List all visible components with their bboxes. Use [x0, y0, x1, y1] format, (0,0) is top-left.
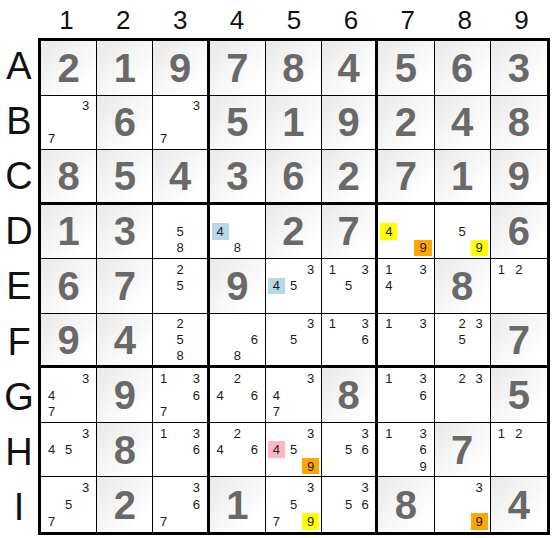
cell-B6[interactable]: 9 — [322, 96, 378, 151]
solved-digit-D1: 1 — [41, 205, 96, 259]
row-label-E: E — [0, 259, 38, 314]
cell-C3[interactable]: 4 — [153, 150, 209, 205]
cell-E9[interactable]: 12 — [491, 259, 547, 314]
candidate-E5-5: 5 — [285, 278, 302, 295]
candidate-grid-H1: 345 — [43, 425, 94, 475]
candidate-G3-7: 7 — [155, 403, 171, 420]
solved-digit-C7: 7 — [378, 150, 433, 202]
candidate-grid-H6: 356 — [324, 425, 373, 475]
candidate-I6-6: 6 — [357, 496, 373, 513]
solved-digit-D5: 2 — [266, 205, 321, 259]
cell-E8[interactable]: 8 — [435, 259, 491, 314]
cell-F9[interactable]: 7 — [491, 314, 547, 369]
candidate-grid-G8: 23 — [437, 370, 488, 420]
cell-C2[interactable]: 5 — [97, 150, 153, 205]
solved-digit-B9: 8 — [491, 96, 547, 150]
cell-D6[interactable]: 7 — [322, 205, 378, 260]
cell-G7[interactable]: 136 — [378, 368, 434, 423]
solved-digit-B7: 2 — [378, 96, 433, 150]
candidate-E9-1: 1 — [493, 261, 510, 278]
candidate-F5-5: 5 — [285, 332, 302, 348]
cell-B5[interactable]: 1 — [266, 96, 322, 151]
candidate-G5-7: 7 — [268, 403, 285, 420]
candidate-B3-7: 7 — [155, 131, 171, 148]
cell-H9[interactable]: 12 — [491, 423, 547, 478]
solved-digit-C2: 5 — [97, 150, 152, 202]
candidate-G7-6: 6 — [414, 387, 431, 404]
candidate-grid-D3: 58 — [155, 207, 204, 257]
candidate-I3-3: 3 — [188, 479, 204, 496]
solved-digit-G9: 5 — [491, 368, 547, 422]
candidate-I5-9: 9 — [302, 513, 319, 530]
cell-H5[interactable]: 3459 — [266, 423, 322, 478]
cell-F3[interactable]: 258 — [153, 314, 209, 369]
candidate-grid-G1: 347 — [43, 370, 94, 420]
cell-F6[interactable]: 136 — [322, 314, 378, 369]
solved-digit-D6: 7 — [322, 205, 375, 259]
candidate-H4-2: 2 — [229, 425, 246, 442]
candidate-F7-3: 3 — [414, 316, 431, 332]
candidate-H7-1: 1 — [380, 425, 397, 442]
solved-digit-A5: 8 — [266, 41, 321, 95]
solved-digit-G2: 9 — [97, 368, 152, 422]
candidate-grid-D4: 48 — [212, 207, 263, 257]
candidate-grid-F5: 35 — [268, 316, 319, 364]
solved-digit-I7: 8 — [378, 477, 433, 532]
solved-digit-H8: 7 — [435, 423, 490, 477]
candidate-I3-6: 6 — [188, 496, 204, 513]
cell-E7[interactable]: 134 — [378, 259, 434, 314]
candidate-H4-6: 6 — [246, 441, 263, 458]
candidate-B1-7: 7 — [43, 131, 60, 148]
candidate-I8-9: 9 — [471, 513, 488, 530]
candidate-I8-3: 3 — [471, 479, 488, 496]
solved-digit-A3: 9 — [153, 41, 206, 95]
sudoku-board: 2197845633763751924885436271913584827495… — [38, 38, 550, 535]
solved-digit-F1: 9 — [41, 314, 96, 366]
candidate-E3-5: 5 — [172, 278, 188, 295]
cell-A2[interactable]: 1 — [97, 41, 153, 96]
column-label-2: 2 — [95, 2, 152, 38]
candidate-grid-E9: 12 — [493, 261, 545, 311]
candidate-G1-4: 4 — [43, 387, 60, 404]
cell-F1[interactable]: 9 — [41, 314, 97, 369]
cell-D4[interactable]: 48 — [210, 205, 266, 260]
candidate-H7-3: 3 — [414, 425, 431, 442]
candidate-B3-3: 3 — [188, 98, 204, 115]
candidate-G1-7: 7 — [43, 403, 60, 420]
candidate-F4-8: 8 — [229, 347, 246, 363]
candidate-grid-G7: 136 — [380, 370, 431, 420]
row-label-D: D — [0, 204, 38, 259]
candidate-F5-3: 3 — [302, 316, 319, 332]
solved-digit-I9: 4 — [491, 477, 547, 532]
solved-digit-B8: 4 — [435, 96, 490, 150]
cell-H1[interactable]: 345 — [41, 423, 97, 478]
candidate-grid-E7: 134 — [380, 261, 431, 311]
cell-G8[interactable]: 23 — [435, 368, 491, 423]
column-labels: 123456789 — [38, 2, 550, 38]
candidate-G7-3: 3 — [414, 370, 431, 387]
solved-digit-I4: 1 — [210, 477, 265, 532]
candidate-D7-4: 4 — [380, 223, 397, 240]
cell-G6[interactable]: 8 — [322, 368, 378, 423]
sudoku-solver: 123456789 ABCDEFGHI 21978456337637519248… — [0, 0, 552, 535]
solved-digit-E1: 6 — [41, 259, 96, 313]
cell-E5[interactable]: 345 — [266, 259, 322, 314]
solved-digit-F9: 7 — [491, 314, 547, 366]
cell-B9[interactable]: 8 — [491, 96, 547, 151]
candidate-H5-4: 4 — [268, 441, 285, 458]
candidate-grid-H9: 12 — [493, 425, 545, 475]
candidate-grid-F7: 13 — [380, 316, 431, 364]
candidate-E5-3: 3 — [302, 261, 319, 278]
solved-digit-B4: 5 — [210, 96, 265, 150]
solved-digit-C1: 8 — [41, 150, 96, 202]
candidate-E6-1: 1 — [324, 261, 340, 278]
candidate-grid-E3: 25 — [155, 261, 204, 311]
cell-F2[interactable]: 4 — [97, 314, 153, 369]
column-label-3: 3 — [152, 2, 209, 38]
solved-digit-A7: 5 — [378, 41, 433, 95]
row-label-H: H — [0, 425, 38, 480]
candidate-E6-3: 3 — [357, 261, 373, 278]
cell-H8[interactable]: 7 — [435, 423, 491, 478]
cell-I2[interactable]: 2 — [97, 477, 153, 532]
candidate-F8-2: 2 — [454, 316, 471, 332]
cell-H4[interactable]: 246 — [210, 423, 266, 478]
candidate-G3-6: 6 — [188, 387, 204, 404]
candidate-H3-6: 6 — [188, 441, 204, 458]
candidate-grid-H5: 3459 — [268, 425, 319, 475]
candidate-E9-2: 2 — [510, 261, 527, 278]
cell-D7[interactable]: 49 — [378, 205, 434, 260]
candidate-D8-5: 5 — [454, 223, 471, 240]
cell-A3[interactable]: 9 — [153, 41, 209, 96]
candidate-D3-5: 5 — [172, 223, 188, 240]
cell-G4[interactable]: 246 — [210, 368, 266, 423]
candidate-F3-8: 8 — [172, 347, 188, 363]
candidate-H6-3: 3 — [357, 425, 373, 442]
column-label-6: 6 — [322, 2, 379, 38]
row-label-A: A — [0, 38, 38, 93]
cell-E4[interactable]: 9 — [210, 259, 266, 314]
candidate-I5-7: 7 — [268, 513, 285, 530]
cell-D3[interactable]: 58 — [153, 205, 209, 260]
candidate-grid-I1: 357 — [43, 479, 94, 530]
candidate-G3-3: 3 — [188, 370, 204, 387]
candidate-G3-1: 1 — [155, 370, 171, 387]
candidate-F4-6: 6 — [246, 332, 263, 348]
cell-B4[interactable]: 5 — [210, 96, 266, 151]
candidate-grid-E6: 135 — [324, 261, 373, 311]
cell-I6[interactable]: 356 — [322, 477, 378, 532]
candidate-H4-4: 4 — [212, 441, 229, 458]
cell-E2[interactable]: 7 — [97, 259, 153, 314]
candidate-D4-4: 4 — [212, 223, 229, 240]
candidate-H7-9: 9 — [414, 458, 431, 475]
candidate-D4-8: 8 — [229, 240, 246, 257]
solved-digit-I2: 2 — [97, 477, 152, 532]
candidate-G7-1: 1 — [380, 370, 397, 387]
candidate-I3-7: 7 — [155, 513, 171, 530]
cell-B2[interactable]: 6 — [97, 96, 153, 151]
solved-digit-B2: 6 — [97, 96, 152, 150]
candidate-G8-3: 3 — [471, 370, 488, 387]
candidate-E7-4: 4 — [380, 278, 397, 295]
cell-G1[interactable]: 347 — [41, 368, 97, 423]
candidate-grid-I8: 39 — [437, 479, 488, 530]
candidate-F7-1: 1 — [380, 316, 397, 332]
row-label-B: B — [0, 93, 38, 148]
candidate-grid-G3: 1367 — [155, 370, 204, 420]
candidate-grid-B1: 37 — [43, 98, 94, 148]
candidate-grid-I3: 367 — [155, 479, 204, 530]
candidate-I5-3: 3 — [302, 479, 319, 496]
cell-D8[interactable]: 59 — [435, 205, 491, 260]
cell-A1[interactable]: 2 — [41, 41, 97, 96]
cell-H2[interactable]: 8 — [97, 423, 153, 478]
solved-digit-C5: 6 — [266, 150, 321, 202]
candidate-H9-2: 2 — [510, 425, 527, 442]
cell-H6[interactable]: 356 — [322, 423, 378, 478]
candidate-H5-5: 5 — [285, 441, 302, 458]
candidate-I5-5: 5 — [285, 496, 302, 513]
solved-digit-D2: 3 — [97, 205, 152, 259]
column-label-7: 7 — [379, 2, 436, 38]
candidate-G4-2: 2 — [229, 370, 246, 387]
cell-B1[interactable]: 37 — [41, 96, 97, 151]
cell-I3[interactable]: 367 — [153, 477, 209, 532]
cell-E6[interactable]: 135 — [322, 259, 378, 314]
solved-digit-A9: 3 — [491, 41, 547, 95]
cell-F7[interactable]: 13 — [378, 314, 434, 369]
solved-digit-G6: 8 — [322, 368, 375, 422]
cell-A4[interactable]: 7 — [210, 41, 266, 96]
candidate-G5-4: 4 — [268, 387, 285, 404]
candidate-G8-2: 2 — [454, 370, 471, 387]
solved-digit-C3: 4 — [153, 150, 206, 202]
candidate-E7-3: 3 — [414, 261, 431, 278]
candidate-F6-1: 1 — [324, 316, 340, 332]
candidate-I1-3: 3 — [77, 479, 94, 496]
cell-I8[interactable]: 39 — [435, 477, 491, 532]
candidate-grid-I5: 3579 — [268, 479, 319, 530]
cell-I9[interactable]: 4 — [491, 477, 547, 532]
candidate-H6-6: 6 — [357, 441, 373, 458]
candidate-G5-3: 3 — [302, 370, 319, 387]
column-label-8: 8 — [436, 2, 493, 38]
column-label-9: 9 — [493, 2, 550, 38]
candidate-H5-9: 9 — [302, 458, 319, 475]
cell-F5[interactable]: 35 — [266, 314, 322, 369]
cell-C6[interactable]: 2 — [322, 150, 378, 205]
cell-B7[interactable]: 2 — [378, 96, 434, 151]
candidate-grid-G4: 246 — [212, 370, 263, 420]
candidate-H1-4: 4 — [43, 441, 60, 458]
cell-G5[interactable]: 347 — [266, 368, 322, 423]
solved-digit-C8: 1 — [435, 150, 490, 202]
cell-H7[interactable]: 1369 — [378, 423, 434, 478]
solved-digit-D9: 6 — [491, 205, 547, 259]
solved-digit-C9: 9 — [491, 150, 547, 202]
cell-E1[interactable]: 6 — [41, 259, 97, 314]
candidate-grid-F8: 235 — [437, 316, 488, 364]
solved-digit-F2: 4 — [97, 314, 152, 366]
candidate-grid-G5: 347 — [268, 370, 319, 420]
cell-D9[interactable]: 6 — [491, 205, 547, 260]
cell-C9[interactable]: 9 — [491, 150, 547, 205]
candidate-D7-9: 9 — [414, 240, 431, 257]
solved-digit-A6: 4 — [322, 41, 375, 95]
cell-C4[interactable]: 3 — [210, 150, 266, 205]
cell-A5[interactable]: 8 — [266, 41, 322, 96]
candidate-D3-8: 8 — [172, 240, 188, 257]
candidate-F6-3: 3 — [357, 316, 373, 332]
candidate-E6-5: 5 — [341, 278, 357, 295]
cell-E3[interactable]: 25 — [153, 259, 209, 314]
cell-A8[interactable]: 6 — [435, 41, 491, 96]
cell-A7[interactable]: 5 — [378, 41, 434, 96]
cell-D1[interactable]: 1 — [41, 205, 97, 260]
candidate-grid-H3: 136 — [155, 425, 204, 475]
solved-digit-E2: 7 — [97, 259, 152, 313]
candidate-F8-3: 3 — [471, 316, 488, 332]
row-label-C: C — [0, 148, 38, 203]
candidate-G1-3: 3 — [77, 370, 94, 387]
row-labels: ABCDEFGHI — [0, 38, 38, 535]
cell-B8[interactable]: 4 — [435, 96, 491, 151]
candidate-I1-7: 7 — [43, 513, 60, 530]
candidate-G4-6: 6 — [246, 387, 263, 404]
candidate-H7-6: 6 — [414, 441, 431, 458]
row-label-F: F — [0, 314, 38, 369]
cell-C5[interactable]: 6 — [266, 150, 322, 205]
cell-G2[interactable]: 9 — [97, 368, 153, 423]
cell-I1[interactable]: 357 — [41, 477, 97, 532]
solved-digit-B5: 1 — [266, 96, 321, 150]
solved-digit-C6: 2 — [322, 150, 375, 202]
corner-spacer — [0, 2, 38, 38]
solved-digit-A4: 7 — [210, 41, 265, 95]
candidate-F6-6: 6 — [357, 332, 373, 348]
cell-C1[interactable]: 8 — [41, 150, 97, 205]
solved-digit-A1: 2 — [41, 41, 96, 95]
cell-G3[interactable]: 1367 — [153, 368, 209, 423]
candidate-E7-1: 1 — [380, 261, 397, 278]
cell-A6[interactable]: 4 — [322, 41, 378, 96]
solved-digit-H2: 8 — [97, 423, 152, 477]
candidate-D8-9: 9 — [471, 240, 488, 257]
candidate-I6-3: 3 — [357, 479, 373, 496]
column-label-5: 5 — [266, 2, 323, 38]
solved-digit-A8: 6 — [435, 41, 490, 95]
candidate-B1-3: 3 — [77, 98, 94, 115]
candidate-H1-5: 5 — [60, 441, 77, 458]
candidate-F3-5: 5 — [172, 332, 188, 348]
candidate-grid-F6: 136 — [324, 316, 373, 364]
cell-I4[interactable]: 1 — [210, 477, 266, 532]
cell-C8[interactable]: 1 — [435, 150, 491, 205]
candidate-I6-5: 5 — [341, 496, 357, 513]
candidate-H6-5: 5 — [341, 441, 357, 458]
candidate-H3-1: 1 — [155, 425, 171, 442]
cell-H3[interactable]: 136 — [153, 423, 209, 478]
candidate-F3-2: 2 — [172, 316, 188, 332]
cell-B3[interactable]: 37 — [153, 96, 209, 151]
cell-D2[interactable]: 3 — [97, 205, 153, 260]
candidate-G4-4: 4 — [212, 387, 229, 404]
solved-digit-A2: 1 — [97, 41, 152, 95]
solved-digit-E4: 9 — [210, 259, 265, 313]
candidate-grid-D8: 59 — [437, 207, 488, 257]
cell-F4[interactable]: 68 — [210, 314, 266, 369]
candidate-E5-4: 4 — [268, 278, 285, 295]
candidate-H1-3: 3 — [77, 425, 94, 442]
candidate-grid-F3: 258 — [155, 316, 204, 364]
column-label-1: 1 — [38, 2, 95, 38]
solved-digit-B6: 9 — [322, 96, 375, 150]
candidate-grid-E5: 345 — [268, 261, 319, 311]
row-label-I: I — [0, 480, 38, 535]
cell-C7[interactable]: 7 — [378, 150, 434, 205]
candidate-grid-I6: 356 — [324, 479, 373, 530]
candidate-grid-F4: 68 — [212, 316, 263, 364]
row-label-G: G — [0, 369, 38, 424]
candidate-H9-1: 1 — [493, 425, 510, 442]
candidate-grid-D7: 49 — [380, 207, 431, 257]
candidate-E3-2: 2 — [172, 261, 188, 278]
cell-I5[interactable]: 3579 — [266, 477, 322, 532]
column-label-4: 4 — [209, 2, 266, 38]
cell-G9[interactable]: 5 — [491, 368, 547, 423]
candidate-grid-H4: 246 — [212, 425, 263, 475]
cell-A9[interactable]: 3 — [491, 41, 547, 96]
solved-digit-E8: 8 — [435, 259, 490, 313]
solved-digit-C4: 3 — [210, 150, 265, 202]
candidate-F8-5: 5 — [454, 332, 471, 348]
candidate-H3-3: 3 — [188, 425, 204, 442]
cell-I7[interactable]: 8 — [378, 477, 434, 532]
candidate-I1-5: 5 — [60, 496, 77, 513]
candidate-grid-B3: 37 — [155, 98, 204, 148]
candidate-grid-H7: 1369 — [380, 425, 431, 475]
candidate-H5-3: 3 — [302, 425, 319, 442]
cell-D5[interactable]: 2 — [266, 205, 322, 260]
cell-F8[interactable]: 235 — [435, 314, 491, 369]
